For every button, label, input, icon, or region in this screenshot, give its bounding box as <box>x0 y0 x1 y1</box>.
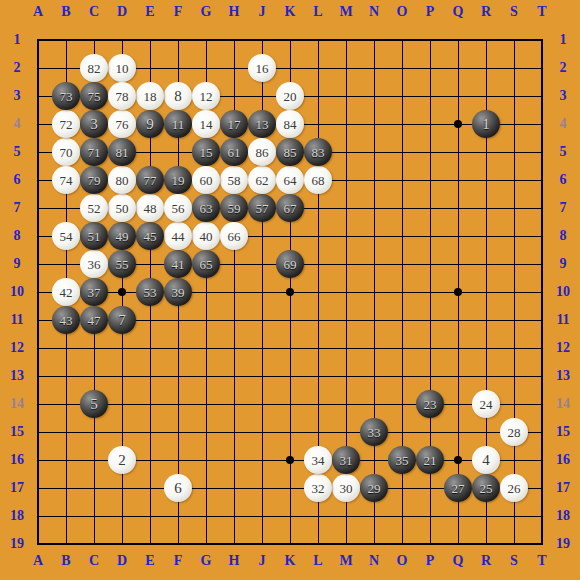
stone-number: 7 <box>118 313 126 328</box>
stone-black-73[interactable]: 73 <box>52 82 80 110</box>
stone-white-64[interactable]: 64 <box>276 166 304 194</box>
row-label-left: 16 <box>3 451 31 469</box>
stone-black-57[interactable]: 57 <box>248 194 276 222</box>
stone-number: 60 <box>200 174 213 187</box>
stone-black-7[interactable]: 7 <box>108 306 136 334</box>
stone-black-11[interactable]: 11 <box>164 110 192 138</box>
row-label-left: 1 <box>3 31 31 49</box>
stone-number: 56 <box>172 202 185 215</box>
row-label-left: 9 <box>3 255 31 273</box>
star-point <box>118 288 126 296</box>
grid-line-vertical <box>541 39 543 545</box>
stone-white-82[interactable]: 82 <box>80 54 108 82</box>
row-label-right: 4 <box>549 115 577 133</box>
row-label-right: 8 <box>549 227 577 245</box>
row-label-right: 5 <box>549 143 577 161</box>
stone-number: 43 <box>60 314 73 327</box>
stone-black-49[interactable]: 49 <box>108 222 136 250</box>
stone-black-55[interactable]: 55 <box>108 250 136 278</box>
stone-black-67[interactable]: 67 <box>276 194 304 222</box>
column-label-top: M <box>332 3 360 21</box>
stone-white-18[interactable]: 18 <box>136 82 164 110</box>
star-point <box>454 120 462 128</box>
stone-black-29[interactable]: 29 <box>360 474 388 502</box>
column-label-top: C <box>80 3 108 21</box>
stone-number: 51 <box>88 230 101 243</box>
stone-number: 49 <box>116 230 129 243</box>
stone-white-86[interactable]: 86 <box>248 138 276 166</box>
row-label-right: 16 <box>549 451 577 469</box>
column-label-top: J <box>248 3 276 21</box>
grid-line-horizontal <box>37 432 543 433</box>
column-label-top: T <box>528 3 556 21</box>
stone-number: 20 <box>284 90 297 103</box>
stone-black-1[interactable]: 1 <box>472 110 500 138</box>
stone-number: 69 <box>284 258 297 271</box>
row-label-right: 10 <box>549 283 577 301</box>
stone-number: 78 <box>116 90 129 103</box>
stone-number: 84 <box>284 118 297 131</box>
stone-number: 61 <box>228 146 241 159</box>
row-label-left: 4 <box>3 115 31 133</box>
column-label-bottom: P <box>416 552 444 570</box>
stone-white-26[interactable]: 26 <box>500 474 528 502</box>
row-label-left: 3 <box>3 87 31 105</box>
stone-white-2[interactable]: 2 <box>108 446 136 474</box>
stone-white-50[interactable]: 50 <box>108 194 136 222</box>
stone-white-74[interactable]: 74 <box>52 166 80 194</box>
stone-white-10[interactable]: 10 <box>108 54 136 82</box>
stone-black-5[interactable]: 5 <box>80 390 108 418</box>
stone-black-69[interactable]: 69 <box>276 250 304 278</box>
column-label-bottom: C <box>80 552 108 570</box>
stone-white-56[interactable]: 56 <box>164 194 192 222</box>
stone-black-17[interactable]: 17 <box>220 110 248 138</box>
stone-number: 6 <box>174 481 182 496</box>
stone-white-6[interactable]: 6 <box>164 474 192 502</box>
stone-black-3[interactable]: 3 <box>80 110 108 138</box>
column-label-top: B <box>52 3 80 21</box>
stone-white-4[interactable]: 4 <box>472 446 500 474</box>
stone-number: 32 <box>312 482 325 495</box>
row-label-right: 18 <box>549 507 577 525</box>
stone-white-14[interactable]: 14 <box>192 110 220 138</box>
column-label-bottom: D <box>108 552 136 570</box>
stone-number: 37 <box>88 286 101 299</box>
row-label-left: 13 <box>3 367 31 385</box>
column-label-bottom: J <box>248 552 276 570</box>
stone-number: 40 <box>200 230 213 243</box>
stone-number: 34 <box>312 454 325 467</box>
stone-number: 59 <box>228 202 241 215</box>
stone-white-12[interactable]: 12 <box>192 82 220 110</box>
stone-black-25[interactable]: 25 <box>472 474 500 502</box>
stone-number: 80 <box>116 174 129 187</box>
stone-number: 3 <box>90 117 98 132</box>
stone-number: 8 <box>174 89 182 104</box>
stone-number: 73 <box>60 90 73 103</box>
stone-number: 57 <box>256 202 269 215</box>
grid-line-horizontal <box>37 376 543 377</box>
stone-number: 13 <box>256 118 269 131</box>
stone-number: 42 <box>60 286 73 299</box>
stone-black-35[interactable]: 35 <box>388 446 416 474</box>
column-label-top: O <box>388 3 416 21</box>
stone-number: 23 <box>424 398 437 411</box>
stone-number: 10 <box>116 62 129 75</box>
stone-white-20[interactable]: 20 <box>276 82 304 110</box>
column-label-bottom: A <box>24 552 52 570</box>
stone-number: 26 <box>508 482 521 495</box>
stone-number: 35 <box>396 454 409 467</box>
stone-white-78[interactable]: 78 <box>108 82 136 110</box>
stone-white-72[interactable]: 72 <box>52 110 80 138</box>
stone-white-16[interactable]: 16 <box>248 54 276 82</box>
stone-black-81[interactable]: 81 <box>108 138 136 166</box>
stone-number: 68 <box>312 174 325 187</box>
go-board-page: AABBCCDDEEFFGGHHJJKKLLMMNNOOPPQQRRSSTT11… <box>0 0 580 580</box>
grid-line-horizontal <box>37 404 543 405</box>
row-label-right: 9 <box>549 255 577 273</box>
stone-black-65[interactable]: 65 <box>192 250 220 278</box>
stone-number: 36 <box>88 258 101 271</box>
stone-white-80[interactable]: 80 <box>108 166 136 194</box>
stone-white-54[interactable]: 54 <box>52 222 80 250</box>
stone-white-40[interactable]: 40 <box>192 222 220 250</box>
stone-black-61[interactable]: 61 <box>220 138 248 166</box>
star-point <box>286 456 294 464</box>
stone-white-30[interactable]: 30 <box>332 474 360 502</box>
stone-number: 17 <box>228 118 241 131</box>
stone-black-21[interactable]: 21 <box>416 446 444 474</box>
stone-number: 70 <box>60 146 73 159</box>
column-label-top: N <box>360 3 388 21</box>
stone-number: 52 <box>88 202 101 215</box>
row-label-left: 18 <box>3 507 31 525</box>
stone-black-23[interactable]: 23 <box>416 390 444 418</box>
stone-white-24[interactable]: 24 <box>472 390 500 418</box>
stone-number: 47 <box>88 314 101 327</box>
column-label-bottom: B <box>52 552 80 570</box>
stone-white-32[interactable]: 32 <box>304 474 332 502</box>
row-label-left: 8 <box>3 227 31 245</box>
row-label-right: 13 <box>549 367 577 385</box>
row-label-right: 15 <box>549 423 577 441</box>
stone-black-19[interactable]: 19 <box>164 166 192 194</box>
column-label-bottom: E <box>136 552 164 570</box>
stone-number: 62 <box>256 174 269 187</box>
row-label-left: 17 <box>3 479 31 497</box>
star-point <box>454 288 462 296</box>
column-label-top: Q <box>444 3 472 21</box>
stone-number: 41 <box>172 258 185 271</box>
stone-number: 19 <box>172 174 185 187</box>
stone-number: 39 <box>172 286 185 299</box>
stone-black-33[interactable]: 33 <box>360 418 388 446</box>
stone-number: 21 <box>424 454 437 467</box>
stone-number: 9 <box>146 117 154 132</box>
stone-number: 2 <box>118 453 126 468</box>
row-label-left: 2 <box>3 59 31 77</box>
stone-number: 29 <box>368 482 381 495</box>
stone-number: 67 <box>284 202 297 215</box>
row-label-right: 11 <box>549 311 577 329</box>
stone-number: 5 <box>90 397 98 412</box>
stone-black-47[interactable]: 47 <box>80 306 108 334</box>
row-label-right: 6 <box>549 171 577 189</box>
grid-line-vertical <box>374 39 375 545</box>
stone-black-37[interactable]: 37 <box>80 278 108 306</box>
stone-number: 71 <box>88 146 101 159</box>
row-label-right: 12 <box>549 339 577 357</box>
grid-line-horizontal <box>37 516 543 517</box>
row-label-left: 14 <box>3 395 31 413</box>
stone-number: 81 <box>116 146 129 159</box>
stone-number: 25 <box>480 482 493 495</box>
row-label-right: 14 <box>549 395 577 413</box>
stone-number: 48 <box>144 202 157 215</box>
stone-white-68[interactable]: 68 <box>304 166 332 194</box>
stone-number: 4 <box>482 453 490 468</box>
stone-white-52[interactable]: 52 <box>80 194 108 222</box>
stone-number: 53 <box>144 286 157 299</box>
stone-number: 76 <box>116 118 129 131</box>
column-label-bottom: N <box>360 552 388 570</box>
row-label-left: 5 <box>3 143 31 161</box>
column-label-bottom: F <box>164 552 192 570</box>
stone-black-51[interactable]: 51 <box>80 222 108 250</box>
stone-number: 85 <box>284 146 297 159</box>
stone-number: 74 <box>60 174 73 187</box>
stone-number: 14 <box>200 118 213 131</box>
column-label-bottom: R <box>472 552 500 570</box>
column-label-top: E <box>136 3 164 21</box>
grid-line-horizontal <box>37 348 543 349</box>
stone-number: 18 <box>144 90 157 103</box>
stone-white-28[interactable]: 28 <box>500 418 528 446</box>
star-point <box>454 456 462 464</box>
stone-black-31[interactable]: 31 <box>332 446 360 474</box>
row-label-right: 1 <box>549 31 577 49</box>
row-label-right: 2 <box>549 59 577 77</box>
stone-black-41[interactable]: 41 <box>164 250 192 278</box>
stone-number: 11 <box>172 118 185 131</box>
row-label-left: 7 <box>3 199 31 217</box>
stone-number: 50 <box>116 202 129 215</box>
column-label-top: G <box>192 3 220 21</box>
column-label-top: S <box>500 3 528 21</box>
row-label-left: 6 <box>3 171 31 189</box>
column-label-bottom: O <box>388 552 416 570</box>
stone-white-58[interactable]: 58 <box>220 166 248 194</box>
row-label-right: 7 <box>549 199 577 217</box>
stone-black-75[interactable]: 75 <box>80 82 108 110</box>
stone-number: 65 <box>200 258 213 271</box>
stone-black-77[interactable]: 77 <box>136 166 164 194</box>
stone-white-44[interactable]: 44 <box>164 222 192 250</box>
row-label-right: 19 <box>549 535 577 553</box>
stone-number: 44 <box>172 230 185 243</box>
stone-number: 86 <box>256 146 269 159</box>
column-label-bottom: H <box>220 552 248 570</box>
column-label-top: P <box>416 3 444 21</box>
stone-black-45[interactable]: 45 <box>136 222 164 250</box>
stone-black-59[interactable]: 59 <box>220 194 248 222</box>
stone-number: 54 <box>60 230 73 243</box>
column-label-bottom: K <box>276 552 304 570</box>
stone-number: 45 <box>144 230 157 243</box>
column-label-bottom: L <box>304 552 332 570</box>
grid-line-horizontal <box>37 543 543 545</box>
column-label-top: R <box>472 3 500 21</box>
stone-white-76[interactable]: 76 <box>108 110 136 138</box>
stone-number: 1 <box>482 117 490 132</box>
stone-white-36[interactable]: 36 <box>80 250 108 278</box>
stone-number: 64 <box>284 174 297 187</box>
stone-black-79[interactable]: 79 <box>80 166 108 194</box>
stone-number: 55 <box>116 258 129 271</box>
stone-black-27[interactable]: 27 <box>444 474 472 502</box>
stone-black-85[interactable]: 85 <box>276 138 304 166</box>
stone-number: 79 <box>88 174 101 187</box>
stone-number: 72 <box>60 118 73 131</box>
stone-white-62[interactable]: 62 <box>248 166 276 194</box>
stone-number: 83 <box>312 146 325 159</box>
stone-black-15[interactable]: 15 <box>192 138 220 166</box>
stone-white-34[interactable]: 34 <box>304 446 332 474</box>
column-label-top: K <box>276 3 304 21</box>
row-label-left: 19 <box>3 535 31 553</box>
stone-number: 31 <box>340 454 353 467</box>
stone-number: 82 <box>88 62 101 75</box>
column-label-bottom: G <box>192 552 220 570</box>
stone-white-84[interactable]: 84 <box>276 110 304 138</box>
stone-black-71[interactable]: 71 <box>80 138 108 166</box>
column-label-bottom: Q <box>444 552 472 570</box>
grid-line-vertical <box>514 39 515 545</box>
row-label-left: 12 <box>3 339 31 357</box>
column-label-bottom: M <box>332 552 360 570</box>
row-label-left: 11 <box>3 311 31 329</box>
stone-number: 30 <box>340 482 353 495</box>
column-label-bottom: T <box>528 552 556 570</box>
stone-number: 24 <box>480 398 493 411</box>
column-label-top: A <box>24 3 52 21</box>
row-label-left: 15 <box>3 423 31 441</box>
stone-number: 33 <box>368 426 381 439</box>
stone-number: 15 <box>200 146 213 159</box>
stone-black-63[interactable]: 63 <box>192 194 220 222</box>
column-label-top: H <box>220 3 248 21</box>
stone-number: 12 <box>200 90 213 103</box>
stone-number: 28 <box>508 426 521 439</box>
stone-black-43[interactable]: 43 <box>52 306 80 334</box>
column-label-bottom: S <box>500 552 528 570</box>
stone-white-8[interactable]: 8 <box>164 82 192 110</box>
stone-black-39[interactable]: 39 <box>164 278 192 306</box>
stone-white-66[interactable]: 66 <box>220 222 248 250</box>
stone-white-60[interactable]: 60 <box>192 166 220 194</box>
stone-number: 27 <box>452 482 465 495</box>
stone-white-48[interactable]: 48 <box>136 194 164 222</box>
stone-number: 16 <box>256 62 269 75</box>
stone-number: 77 <box>144 174 157 187</box>
column-label-top: L <box>304 3 332 21</box>
column-label-top: D <box>108 3 136 21</box>
stone-number: 63 <box>200 202 213 215</box>
stone-white-42[interactable]: 42 <box>52 278 80 306</box>
stone-black-53[interactable]: 53 <box>136 278 164 306</box>
stone-white-70[interactable]: 70 <box>52 138 80 166</box>
row-label-right: 17 <box>549 479 577 497</box>
stone-black-9[interactable]: 9 <box>136 110 164 138</box>
stone-number: 58 <box>228 174 241 187</box>
stone-number: 66 <box>228 230 241 243</box>
row-label-left: 10 <box>3 283 31 301</box>
stone-black-83[interactable]: 83 <box>304 138 332 166</box>
column-label-top: F <box>164 3 192 21</box>
star-point <box>286 288 294 296</box>
stone-number: 75 <box>88 90 101 103</box>
row-label-right: 3 <box>549 87 577 105</box>
stone-black-13[interactable]: 13 <box>248 110 276 138</box>
